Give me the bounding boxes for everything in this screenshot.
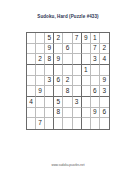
sudoku-cell [82,97,91,108]
sudoku-cell [45,97,54,108]
sudoku-cell: 6 [91,86,100,97]
sudoku-cell [36,108,45,119]
sudoku-cell: 6 [100,108,109,119]
sudoku-cell [45,65,54,76]
sudoku-cell [82,118,91,129]
sudoku-cell [36,33,45,44]
sudoku-cell [54,65,63,76]
sudoku-cell: 3 [91,54,100,65]
sudoku-cell [54,118,63,129]
sudoku-cell [45,118,54,129]
sudoku-cell [82,76,91,87]
sudoku-cell [73,65,82,76]
sudoku-cell [63,97,72,108]
sudoku-cell [82,54,91,65]
sudoku-cell: 1 [82,65,91,76]
sudoku-cell: 9 [54,54,63,65]
sudoku-cell [36,97,45,108]
sudoku-cell: 2 [36,54,45,65]
sudoku-board: 527919672289341362998634538967 [26,32,110,130]
sudoku-cell: 7 [91,44,100,55]
sudoku-cell [36,76,45,87]
sudoku-cell [27,54,36,65]
sudoku-cell: 9 [45,44,54,55]
sudoku-cell [27,118,36,129]
sudoku-cell: 9 [36,86,45,97]
sudoku-cell [36,44,45,55]
sudoku-cell [91,76,100,87]
sudoku-cell: 2 [63,76,72,87]
sudoku-cell [36,65,45,76]
sudoku-cell [91,97,100,108]
sudoku-cell: 3 [73,97,82,108]
sudoku-cell: 9 [100,76,109,87]
sudoku-cell [63,118,72,129]
sudoku-cell [63,65,72,76]
sudoku-cell [45,86,54,97]
sudoku-cell: 6 [63,44,72,55]
sudoku-cell [54,44,63,55]
sudoku-cell [73,86,82,97]
sudoku-cell: 2 [54,33,63,44]
sudoku-cell: 2 [100,44,109,55]
sudoku-cell: 1 [91,33,100,44]
sudoku-cell: 3 [45,76,54,87]
footer-credit: www.sudoku-puzzles.net [0,163,136,167]
sudoku-cell: 6 [54,76,63,87]
sudoku-cell [54,86,63,97]
sudoku-cell [63,108,72,119]
sudoku-cell [63,33,72,44]
sudoku-cell: 8 [54,108,63,119]
sudoku-cell [45,108,54,119]
sudoku-cell: 9 [91,108,100,119]
sudoku-cell: 3 [100,86,109,97]
sudoku-cell [91,65,100,76]
sudoku-cell [82,44,91,55]
sudoku-cell [27,65,36,76]
page-root: Sudoku, Hard (Puzzle #433) 5279196722893… [0,0,136,176]
sudoku-cell: 9 [82,33,91,44]
sudoku-cell [82,108,91,119]
sudoku-cell [27,108,36,119]
sudoku-cell: 5 [54,97,63,108]
sudoku-cell: 7 [73,33,82,44]
sudoku-cell: 4 [100,54,109,65]
sudoku-cell [100,97,109,108]
sudoku-cell: 8 [45,54,54,65]
sudoku-cell [73,44,82,55]
sudoku-cell [27,86,36,97]
sudoku-cell: 7 [36,118,45,129]
sudoku-cell [73,118,82,129]
sudoku-cell [73,54,82,65]
page-title: Sudoku, Hard (Puzzle #433) [0,14,136,19]
sudoku-cell: 5 [45,33,54,44]
sudoku-cell [91,118,100,129]
sudoku-cell: 8 [63,86,72,97]
sudoku-cell [82,86,91,97]
sudoku-cell [27,44,36,55]
sudoku-cell [73,76,82,87]
sudoku-cell [27,33,36,44]
sudoku-cell [27,76,36,87]
sudoku-cell [100,118,109,129]
sudoku-cell [100,65,109,76]
sudoku-cell [73,108,82,119]
sudoku-cell [100,33,109,44]
sudoku-cell [63,54,72,65]
sudoku-cell: 4 [27,97,36,108]
